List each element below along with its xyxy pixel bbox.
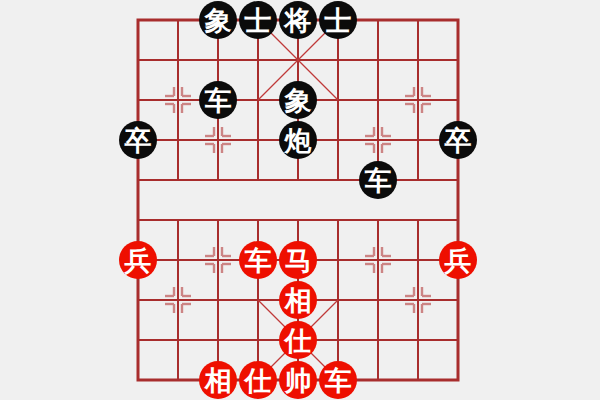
piece-black-soldier[interactable]: 卒 bbox=[119, 121, 157, 159]
piece-black-advisor[interactable]: 士 bbox=[239, 1, 277, 39]
intersection-8-3: 卒 bbox=[438, 120, 478, 160]
piece-red-advisor[interactable]: 仕 bbox=[239, 361, 277, 399]
piece-red-general[interactable]: 帅 bbox=[279, 361, 317, 399]
intersection-2-9: 相 bbox=[198, 360, 238, 400]
intersection-5-9: 车 bbox=[318, 360, 358, 400]
piece-black-cannon[interactable]: 炮 bbox=[279, 121, 317, 159]
intersection-3-6: 车 bbox=[238, 240, 278, 280]
piece-black-chariot[interactable]: 车 bbox=[359, 161, 397, 199]
intersection-6-4: 车 bbox=[358, 160, 398, 200]
piece-black-general[interactable]: 将 bbox=[279, 1, 317, 39]
piece-red-elephant[interactable]: 相 bbox=[199, 361, 237, 399]
piece-black-elephant[interactable]: 象 bbox=[279, 81, 317, 119]
piece-black-chariot[interactable]: 车 bbox=[199, 81, 237, 119]
piece-red-chariot[interactable]: 车 bbox=[319, 361, 357, 399]
intersection-4-2: 象 bbox=[278, 80, 318, 120]
intersection-4-6: 马 bbox=[278, 240, 318, 280]
pieces-layer: 象士将士车象卒炮卒车兵车马兵相仕相仕帅车 bbox=[118, 0, 478, 400]
xiangqi-board[interactable]: 象士将士车象卒炮卒车兵车马兵相仕相仕帅车 bbox=[0, 0, 600, 400]
intersection-3-9: 仕 bbox=[238, 360, 278, 400]
intersection-4-0: 将 bbox=[278, 0, 318, 40]
intersection-8-6: 兵 bbox=[438, 240, 478, 280]
piece-red-elephant[interactable]: 相 bbox=[279, 281, 317, 319]
intersection-3-0: 士 bbox=[238, 0, 278, 40]
intersection-0-3: 卒 bbox=[118, 120, 158, 160]
piece-red-advisor[interactable]: 仕 bbox=[279, 321, 317, 359]
piece-red-chariot[interactable]: 车 bbox=[239, 241, 277, 279]
intersection-5-0: 士 bbox=[318, 0, 358, 40]
intersection-4-9: 帅 bbox=[278, 360, 318, 400]
piece-red-horse[interactable]: 马 bbox=[279, 241, 317, 279]
piece-black-soldier[interactable]: 卒 bbox=[439, 121, 477, 159]
piece-red-soldier[interactable]: 兵 bbox=[439, 241, 477, 279]
intersection-2-2: 车 bbox=[198, 80, 238, 120]
intersection-4-3: 炮 bbox=[278, 120, 318, 160]
piece-black-advisor[interactable]: 士 bbox=[319, 1, 357, 39]
intersection-4-7: 相 bbox=[278, 280, 318, 320]
piece-black-elephant[interactable]: 象 bbox=[199, 1, 237, 39]
intersection-0-6: 兵 bbox=[118, 240, 158, 280]
piece-red-soldier[interactable]: 兵 bbox=[119, 241, 157, 279]
intersection-4-8: 仕 bbox=[278, 320, 318, 360]
intersection-2-0: 象 bbox=[198, 0, 238, 40]
